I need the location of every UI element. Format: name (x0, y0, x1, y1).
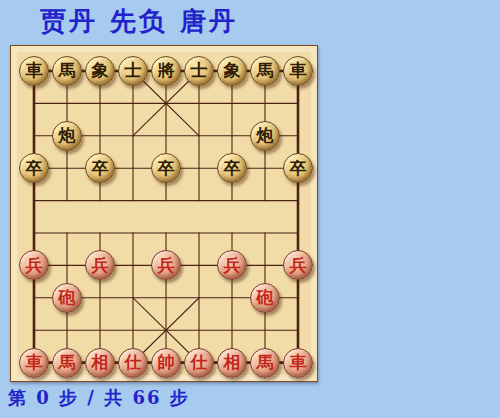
board-cell: 兵 (282, 249, 315, 281)
board-cell: 相 (216, 346, 249, 378)
piece-red-soldier[interactable]: 兵 (85, 250, 115, 280)
piece-black-cannon[interactable]: 炮 (250, 121, 280, 151)
board-cell: 兵 (18, 249, 51, 281)
board-cell: 砲 (51, 282, 84, 314)
piece-red-horse[interactable]: 馬 (52, 348, 82, 378)
app-background: 贾丹 先负 唐丹 (0, 0, 500, 418)
board-cell: 相 (84, 346, 117, 378)
piece-red-soldier[interactable]: 兵 (283, 250, 313, 280)
piece-red-general[interactable]: 帥 (151, 348, 181, 378)
board-cell: 兵 (216, 249, 249, 281)
board-cell: 兵 (150, 249, 183, 281)
board-cell: 卒 (282, 152, 315, 184)
piece-red-soldier[interactable]: 兵 (151, 250, 181, 280)
piece-black-advisor[interactable]: 士 (184, 56, 214, 86)
game-title: 贾丹 先负 唐丹 (40, 4, 238, 39)
piece-black-advisor[interactable]: 士 (118, 56, 148, 86)
piece-red-chariot[interactable]: 車 (19, 348, 49, 378)
board-cell: 車 (18, 346, 51, 378)
board-cell: 馬 (51, 55, 84, 87)
board-cell: 卒 (84, 152, 117, 184)
move-counter-status: 第 0 步 / 共 66 步 (8, 386, 190, 410)
piece-red-soldier[interactable]: 兵 (19, 250, 49, 280)
piece-black-chariot[interactable]: 車 (19, 56, 49, 86)
piece-black-horse[interactable]: 馬 (250, 56, 280, 86)
board-cell: 卒 (216, 152, 249, 184)
board-cell: 卒 (150, 152, 183, 184)
piece-black-soldier[interactable]: 卒 (217, 153, 247, 183)
board-cell: 車 (18, 55, 51, 87)
piece-red-elephant[interactable]: 相 (217, 348, 247, 378)
board-cell: 仕 (183, 346, 216, 378)
pieces-grid: 車馬象士將士象馬車炮炮卒卒卒卒卒兵兵兵兵兵砲砲車馬相仕帥仕相馬車 (18, 55, 315, 379)
piece-red-elephant[interactable]: 相 (85, 348, 115, 378)
piece-black-soldier[interactable]: 卒 (85, 153, 115, 183)
board-cell: 炮 (51, 120, 84, 152)
board-cell: 馬 (249, 55, 282, 87)
board-cell: 士 (183, 55, 216, 87)
board-cell: 象 (84, 55, 117, 87)
piece-black-elephant[interactable]: 象 (217, 56, 247, 86)
piece-black-horse[interactable]: 馬 (52, 56, 82, 86)
board-cell: 炮 (249, 120, 282, 152)
piece-black-elephant[interactable]: 象 (85, 56, 115, 86)
piece-red-cannon[interactable]: 砲 (250, 283, 280, 313)
piece-red-horse[interactable]: 馬 (250, 348, 280, 378)
piece-red-chariot[interactable]: 車 (283, 348, 313, 378)
board-cell: 馬 (51, 346, 84, 378)
piece-red-advisor[interactable]: 仕 (118, 348, 148, 378)
piece-black-chariot[interactable]: 車 (283, 56, 313, 86)
piece-black-soldier[interactable]: 卒 (283, 153, 313, 183)
board-cell: 將 (150, 55, 183, 87)
board-cell: 車 (282, 55, 315, 87)
board-cell: 帥 (150, 346, 183, 378)
piece-red-advisor[interactable]: 仕 (184, 348, 214, 378)
board-cell: 兵 (84, 249, 117, 281)
board-cell: 仕 (117, 346, 150, 378)
piece-red-soldier[interactable]: 兵 (217, 250, 247, 280)
piece-black-soldier[interactable]: 卒 (19, 153, 49, 183)
board-cell: 象 (216, 55, 249, 87)
board-cell: 砲 (249, 282, 282, 314)
piece-black-general[interactable]: 將 (151, 56, 181, 86)
board-cell: 卒 (18, 152, 51, 184)
board-cell: 馬 (249, 346, 282, 378)
piece-black-soldier[interactable]: 卒 (151, 153, 181, 183)
piece-red-cannon[interactable]: 砲 (52, 283, 82, 313)
board-cell: 士 (117, 55, 150, 87)
piece-black-cannon[interactable]: 炮 (52, 121, 82, 151)
board-cell: 車 (282, 346, 315, 378)
xiangqi-board: 車馬象士將士象馬車炮炮卒卒卒卒卒兵兵兵兵兵砲砲車馬相仕帥仕相馬車 (10, 45, 318, 382)
